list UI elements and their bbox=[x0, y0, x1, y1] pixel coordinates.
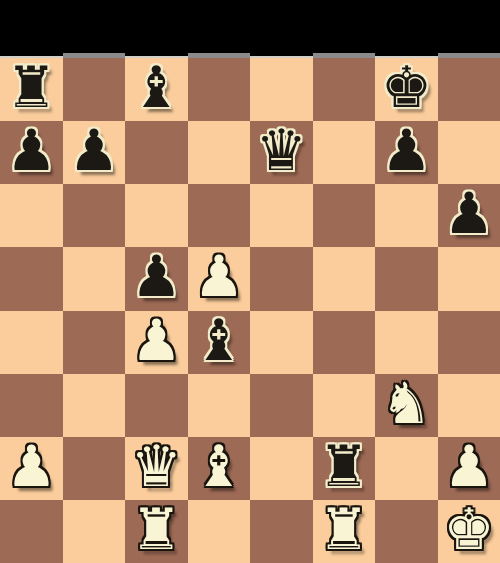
square-d8[interactable] bbox=[188, 58, 251, 121]
square-c8[interactable]: ♝ bbox=[125, 58, 188, 121]
square-g2[interactable] bbox=[375, 437, 438, 500]
square-e2[interactable] bbox=[250, 437, 313, 500]
square-g6[interactable] bbox=[375, 184, 438, 247]
square-d7[interactable] bbox=[188, 121, 251, 184]
square-e8[interactable] bbox=[250, 58, 313, 121]
square-c6[interactable] bbox=[125, 184, 188, 247]
square-f8[interactable] bbox=[313, 58, 376, 121]
square-g1[interactable] bbox=[375, 500, 438, 563]
square-b7[interactable]: ♟ bbox=[63, 121, 126, 184]
square-d4[interactable]: ♝ bbox=[188, 311, 251, 374]
piece-white-queen-c2[interactable]: ♛ bbox=[131, 438, 182, 495]
square-c2[interactable]: ♛ bbox=[125, 437, 188, 500]
piece-black-pawn-g7[interactable]: ♟ bbox=[381, 122, 432, 179]
square-c4[interactable]: ♟ bbox=[125, 311, 188, 374]
square-d1[interactable] bbox=[188, 500, 251, 563]
square-c3[interactable] bbox=[125, 374, 188, 437]
square-e6[interactable] bbox=[250, 184, 313, 247]
square-b8[interactable] bbox=[63, 58, 126, 121]
piece-black-pawn-b7[interactable]: ♟ bbox=[68, 122, 119, 179]
square-e3[interactable] bbox=[250, 374, 313, 437]
square-f3[interactable] bbox=[313, 374, 376, 437]
chess-board: ♜♝♚♟♟♛♟♟♟♟♟♝♞♟♛♝♜♟♜♜♚ bbox=[0, 58, 500, 563]
square-b3[interactable] bbox=[63, 374, 126, 437]
piece-black-pawn-h6[interactable]: ♟ bbox=[443, 185, 494, 242]
chess-app-window: ♜♝♚♟♟♛♟♟♟♟♟♝♞♟♛♝♜♟♜♜♚ bbox=[0, 0, 500, 563]
square-h8[interactable] bbox=[438, 58, 500, 121]
square-a4[interactable] bbox=[0, 311, 63, 374]
square-h2[interactable]: ♟ bbox=[438, 437, 500, 500]
piece-white-pawn-a2[interactable]: ♟ bbox=[6, 438, 57, 495]
square-c5[interactable]: ♟ bbox=[125, 247, 188, 310]
square-f5[interactable] bbox=[313, 247, 376, 310]
piece-white-rook-c1[interactable]: ♜ bbox=[131, 501, 182, 558]
square-e4[interactable] bbox=[250, 311, 313, 374]
square-e7[interactable]: ♛ bbox=[250, 121, 313, 184]
square-b6[interactable] bbox=[63, 184, 126, 247]
square-h6[interactable]: ♟ bbox=[438, 184, 500, 247]
square-g8[interactable]: ♚ bbox=[375, 58, 438, 121]
square-h1[interactable]: ♚ bbox=[438, 500, 500, 563]
square-h4[interactable] bbox=[438, 311, 500, 374]
piece-black-queen-e7[interactable]: ♛ bbox=[256, 122, 307, 179]
square-b5[interactable] bbox=[63, 247, 126, 310]
square-d6[interactable] bbox=[188, 184, 251, 247]
square-f2[interactable]: ♜ bbox=[313, 437, 376, 500]
piece-black-rook-f2[interactable]: ♜ bbox=[318, 438, 369, 495]
square-a1[interactable] bbox=[0, 500, 63, 563]
piece-white-pawn-c4[interactable]: ♟ bbox=[131, 312, 182, 369]
piece-black-king-g8[interactable]: ♚ bbox=[381, 59, 432, 116]
square-h7[interactable] bbox=[438, 121, 500, 184]
piece-white-king-h1[interactable]: ♚ bbox=[443, 501, 494, 558]
square-c1[interactable]: ♜ bbox=[125, 500, 188, 563]
square-c7[interactable] bbox=[125, 121, 188, 184]
piece-white-rook-f1[interactable]: ♜ bbox=[318, 501, 369, 558]
square-g7[interactable]: ♟ bbox=[375, 121, 438, 184]
square-e1[interactable] bbox=[250, 500, 313, 563]
piece-black-pawn-a7[interactable]: ♟ bbox=[6, 122, 57, 179]
piece-black-rook-a8[interactable]: ♜ bbox=[6, 59, 57, 116]
square-f4[interactable] bbox=[313, 311, 376, 374]
square-b2[interactable] bbox=[63, 437, 126, 500]
square-a5[interactable] bbox=[0, 247, 63, 310]
square-b4[interactable] bbox=[63, 311, 126, 374]
square-h3[interactable] bbox=[438, 374, 500, 437]
square-f6[interactable] bbox=[313, 184, 376, 247]
piece-white-pawn-h2[interactable]: ♟ bbox=[443, 438, 494, 495]
square-d3[interactable] bbox=[188, 374, 251, 437]
square-f1[interactable]: ♜ bbox=[313, 500, 376, 563]
square-a2[interactable]: ♟ bbox=[0, 437, 63, 500]
square-a3[interactable] bbox=[0, 374, 63, 437]
piece-white-pawn-d5[interactable]: ♟ bbox=[193, 248, 244, 305]
square-b1[interactable] bbox=[63, 500, 126, 563]
square-e5[interactable] bbox=[250, 247, 313, 310]
square-f7[interactable] bbox=[313, 121, 376, 184]
piece-white-bishop-d2[interactable]: ♝ bbox=[193, 438, 244, 495]
square-a6[interactable] bbox=[0, 184, 63, 247]
square-a7[interactable]: ♟ bbox=[0, 121, 63, 184]
piece-black-pawn-c5[interactable]: ♟ bbox=[131, 248, 182, 305]
piece-black-bishop-d4[interactable]: ♝ bbox=[193, 312, 244, 369]
square-d5[interactable]: ♟ bbox=[188, 247, 251, 310]
square-g5[interactable] bbox=[375, 247, 438, 310]
square-d2[interactable]: ♝ bbox=[188, 437, 251, 500]
piece-white-knight-g3[interactable]: ♞ bbox=[381, 375, 432, 432]
square-g4[interactable] bbox=[375, 311, 438, 374]
square-a8[interactable]: ♜ bbox=[0, 58, 63, 121]
piece-black-bishop-c8[interactable]: ♝ bbox=[131, 59, 182, 116]
square-g3[interactable]: ♞ bbox=[375, 374, 438, 437]
square-h5[interactable] bbox=[438, 247, 500, 310]
top-black-bar bbox=[0, 0, 500, 53]
